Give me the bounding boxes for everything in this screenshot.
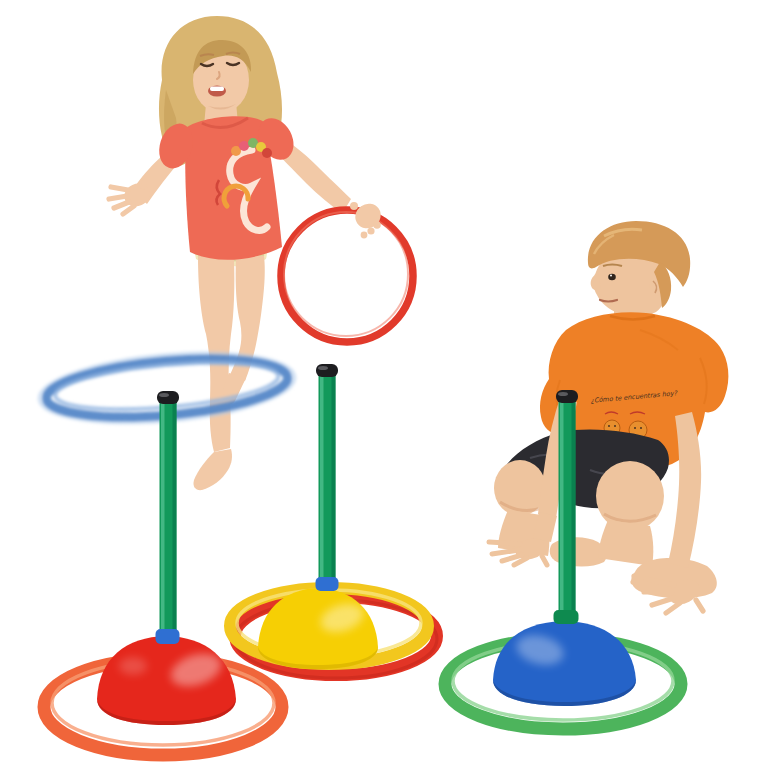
base-dome-blue xyxy=(493,621,636,706)
print-flower xyxy=(239,141,249,151)
finger-knuckle xyxy=(367,227,374,234)
boy-eye xyxy=(608,274,616,280)
print-flower xyxy=(262,148,272,158)
finger xyxy=(492,550,519,554)
girl-left-foot xyxy=(193,449,232,490)
ring-toss-scene: ¿Cómo te encuentras hoy? xyxy=(0,0,768,768)
print-face-eye xyxy=(640,427,642,429)
girl-left-hand xyxy=(109,176,153,214)
pole-shade xyxy=(173,397,177,633)
pole-cap xyxy=(316,364,338,377)
pole-cap-glint xyxy=(159,393,169,397)
toe xyxy=(630,579,635,584)
thumb xyxy=(542,556,547,565)
print-face-eye xyxy=(634,427,636,429)
finger xyxy=(114,202,129,208)
boy-left-foot xyxy=(550,537,607,566)
red-ring-held xyxy=(281,210,413,342)
finger xyxy=(109,196,127,199)
finger xyxy=(123,206,134,214)
pole-collar xyxy=(554,610,579,624)
thumb xyxy=(696,600,703,611)
pole-shade xyxy=(332,370,336,582)
pole-highlight xyxy=(320,370,324,582)
base-dome-red xyxy=(97,636,236,725)
finger-knuckle xyxy=(361,232,368,239)
peg-left xyxy=(44,391,282,755)
pole-collar xyxy=(316,577,339,591)
finger-knuckle xyxy=(373,221,381,229)
red-ring xyxy=(281,210,413,342)
finger xyxy=(666,603,680,613)
finger xyxy=(111,187,128,190)
peg-middle xyxy=(230,364,437,678)
print-face-eye xyxy=(614,425,616,427)
pole-cap-glint xyxy=(318,366,328,370)
pole-cap xyxy=(556,390,578,403)
finger xyxy=(489,542,520,544)
girl-teeth xyxy=(210,87,224,92)
print-face-eye xyxy=(608,425,610,427)
thumb-knuckle xyxy=(350,202,358,210)
photo-stage: ¿Cómo te encuentras hoy? xyxy=(0,0,768,768)
boy-right-shin xyxy=(598,520,653,566)
red-ring-highlight xyxy=(284,212,408,336)
pole-highlight xyxy=(560,396,564,614)
dome-highlight-2 xyxy=(119,657,147,675)
boy-eye-glint xyxy=(610,275,612,277)
finger xyxy=(652,598,674,605)
toe xyxy=(195,484,200,489)
toe xyxy=(631,573,636,578)
pole-shade xyxy=(572,396,576,614)
pole-highlight xyxy=(161,397,165,633)
pole-cap-glint xyxy=(558,392,568,396)
boy: ¿Cómo te encuentras hoy? xyxy=(489,221,728,613)
pole-cap xyxy=(157,391,179,404)
pole-collar xyxy=(156,629,180,644)
